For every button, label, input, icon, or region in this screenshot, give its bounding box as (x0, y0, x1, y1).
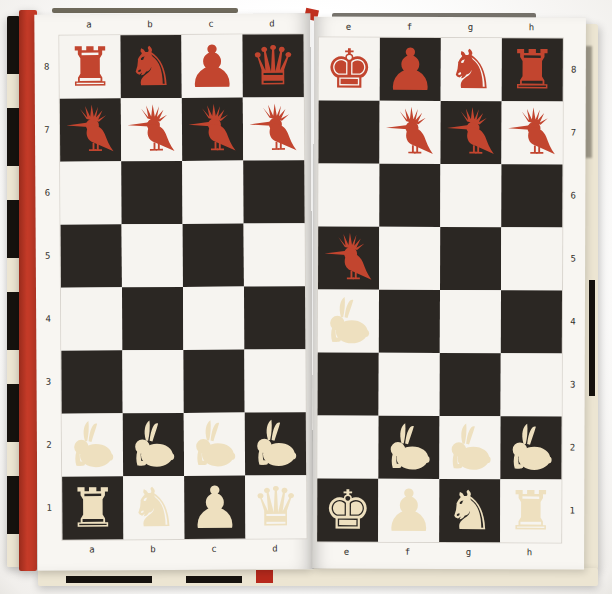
file-labels-bottom-left: abcd (62, 537, 306, 560)
square-d1[interactable]: ♛ (245, 475, 306, 538)
red-bird-pawn-g7[interactable] (445, 106, 497, 158)
file-label-b: b (119, 14, 180, 34)
square-g5[interactable] (440, 227, 501, 290)
square-c3[interactable] (183, 350, 244, 413)
cover-edge-smudge (585, 46, 592, 158)
cream-knight-b1[interactable]: ♞ (129, 480, 178, 534)
cream-rabbit-pawn-c2[interactable] (188, 418, 240, 470)
red-bird-pawn-b7[interactable] (125, 103, 177, 155)
cover-edge-dash (66, 576, 152, 583)
square-g3[interactable] (440, 353, 501, 416)
square-a3[interactable] (61, 350, 122, 413)
square-a5[interactable] (61, 224, 122, 287)
rank-label-3: 3 (36, 350, 60, 413)
file-label-c: c (184, 538, 245, 560)
rank-label-6: 6 (561, 163, 585, 226)
square-g6[interactable] (440, 164, 501, 227)
rank-label-5: 5 (561, 226, 585, 289)
square-f2[interactable] (378, 416, 439, 479)
red-rook-h8[interactable]: ♜ (508, 43, 557, 97)
rank-label-1: 1 (560, 478, 584, 541)
red-knight-b8[interactable]: ♞ (127, 39, 176, 93)
cream-rabbit-pawn-f2[interactable] (383, 421, 435, 473)
spine-tailband-red (256, 570, 273, 583)
file-label-g: g (440, 17, 501, 37)
square-a1[interactable]: ♜ (62, 476, 123, 539)
file-labels-top-left: abcd (58, 13, 302, 34)
cream-rook-h1[interactable]: ♜ (506, 484, 555, 538)
cream-rabbit-pawn-h2[interactable] (505, 422, 557, 474)
cream-bishop-c1[interactable]: ♟ (189, 478, 241, 536)
red-bird-pawn-f7[interactable] (384, 106, 436, 158)
board-right-half: ♚♟♞♜♚♟♞♜ (316, 37, 564, 544)
square-g4[interactable] (440, 290, 501, 353)
square-g2[interactable] (439, 416, 500, 479)
square-f7[interactable] (379, 101, 440, 164)
cream-king-e1[interactable]: ♚ (323, 483, 372, 537)
file-label-e: e (316, 541, 377, 563)
square-d3[interactable] (244, 349, 305, 412)
rank-label-7: 7 (35, 98, 59, 161)
file-labels-top-right: efgh (318, 17, 562, 38)
square-c4[interactable] (183, 287, 244, 350)
square-b7[interactable] (121, 98, 182, 161)
square-h4[interactable] (501, 290, 562, 353)
right-page: efgh 87654321 ♚♟♞♜♚♟♞♜ efgh (312, 17, 586, 570)
square-a6[interactable] (60, 161, 121, 224)
rank-label-3: 3 (561, 352, 585, 415)
cream-queen-d1[interactable]: ♛ (251, 480, 300, 534)
square-b4[interactable] (122, 287, 183, 350)
left-page: abcd 87654321 ♜♞♟♛♜♞♟♛ abcd (34, 13, 313, 571)
file-label-a: a (62, 538, 123, 560)
file-label-g: g (438, 541, 499, 563)
red-bishop-f8[interactable]: ♟ (384, 40, 436, 98)
square-c7[interactable] (182, 98, 243, 161)
square-a2[interactable] (62, 413, 123, 476)
red-bird-pawn-c7[interactable] (186, 103, 238, 155)
file-label-d: d (245, 537, 306, 559)
square-b5[interactable] (122, 224, 183, 287)
red-knight-g8[interactable]: ♞ (447, 42, 496, 96)
red-bishop-c8[interactable]: ♟ (186, 37, 238, 95)
square-h7[interactable] (501, 101, 562, 164)
square-h8[interactable]: ♜ (502, 38, 563, 101)
square-b8[interactable]: ♞ (120, 35, 181, 98)
file-label-c: c (180, 14, 241, 34)
rank-label-8: 8 (34, 35, 58, 98)
red-king-e8[interactable]: ♚ (325, 42, 374, 96)
square-d2[interactable] (245, 412, 306, 475)
square-c5[interactable] (183, 224, 244, 287)
square-d4[interactable] (244, 286, 305, 349)
square-f6[interactable] (379, 164, 440, 227)
rank-label-1: 1 (37, 476, 61, 539)
red-bird-pawn-h7[interactable] (506, 107, 558, 159)
file-label-h: h (501, 17, 562, 37)
square-e4[interactable] (318, 290, 379, 353)
cream-rabbit-pawn-b2[interactable] (127, 418, 179, 470)
square-h6[interactable] (501, 164, 562, 227)
rank-label-6: 6 (35, 161, 59, 224)
cover-edge-dash (186, 576, 242, 583)
cream-rabbit-pawn-g2[interactable] (444, 421, 496, 473)
red-bird-pawn-e5[interactable] (323, 232, 375, 284)
file-label-f: f (379, 17, 440, 37)
square-e7[interactable] (318, 101, 379, 164)
cream-rook-a1[interactable]: ♜ (68, 481, 117, 535)
file-label-h: h (499, 541, 560, 563)
square-c6[interactable] (182, 161, 243, 224)
square-a7[interactable] (60, 98, 121, 161)
square-h3[interactable] (501, 353, 562, 416)
square-b1[interactable]: ♞ (123, 476, 184, 539)
square-f3[interactable] (379, 353, 440, 416)
square-d8[interactable]: ♛ (242, 34, 303, 97)
red-queen-d8[interactable]: ♛ (249, 39, 298, 93)
square-f5[interactable] (379, 227, 440, 290)
square-f8[interactable]: ♟ (380, 38, 441, 101)
square-h1[interactable]: ♜ (500, 479, 561, 542)
red-rook-a8[interactable]: ♜ (66, 40, 115, 94)
square-g1[interactable]: ♞ (439, 479, 500, 542)
rank-label-2: 2 (37, 413, 61, 476)
file-label-a: a (58, 14, 119, 34)
rank-label-4: 4 (561, 289, 585, 352)
file-labels-bottom-right: efgh (316, 541, 560, 564)
square-d7[interactable] (243, 97, 304, 160)
square-e1[interactable]: ♚ (317, 479, 378, 542)
square-h2[interactable] (500, 416, 561, 479)
book-cover-edge-top-left (52, 8, 238, 13)
red-bird-pawn-d7[interactable] (247, 103, 299, 155)
square-f4[interactable] (379, 290, 440, 353)
rank-labels-left: 87654321 (34, 35, 61, 539)
photo-background: abcd 87654321 ♜♞♟♛♜♞♟♛ abcd efgh 8765432… (0, 0, 612, 594)
square-e6[interactable] (318, 164, 379, 227)
square-h5[interactable] (501, 227, 562, 290)
square-f1[interactable]: ♟ (378, 479, 439, 542)
square-a4[interactable] (61, 287, 122, 350)
rank-label-7: 7 (561, 100, 585, 163)
board-left-half: ♜♞♟♛♜♞♟♛ (58, 33, 307, 540)
square-d6[interactable] (243, 160, 304, 223)
file-label-f: f (377, 541, 438, 563)
cover-edge-dash (589, 280, 595, 396)
book-bottom-edge (38, 568, 598, 586)
square-d5[interactable] (244, 223, 305, 286)
cream-rabbit-pawn-e4[interactable] (322, 295, 374, 347)
square-g8[interactable]: ♞ (441, 38, 502, 101)
square-c8[interactable]: ♟ (181, 35, 242, 98)
square-c2[interactable] (184, 413, 245, 476)
rank-label-5: 5 (36, 224, 60, 287)
square-c1[interactable]: ♟ (184, 476, 245, 539)
rank-label-8: 8 (562, 37, 586, 100)
square-e2[interactable] (317, 416, 378, 479)
red-bird-pawn-a7[interactable] (64, 104, 116, 156)
square-b2[interactable] (123, 413, 184, 476)
square-b3[interactable] (122, 350, 183, 413)
rank-label-2: 2 (560, 415, 584, 478)
square-a8[interactable]: ♜ (59, 35, 120, 98)
file-label-d: d (241, 13, 302, 33)
square-e5[interactable] (318, 227, 379, 290)
cream-knight-g1[interactable]: ♞ (445, 483, 494, 537)
rank-label-4: 4 (36, 287, 60, 350)
rank-labels-right: 87654321 (560, 37, 586, 541)
square-e3[interactable] (318, 353, 379, 416)
file-label-e: e (318, 17, 379, 37)
cream-rabbit-pawn-d2[interactable] (249, 418, 301, 470)
cream-rabbit-pawn-a2[interactable] (66, 419, 118, 471)
square-e8[interactable]: ♚ (319, 38, 380, 101)
square-g7[interactable] (440, 101, 501, 164)
file-label-b: b (123, 538, 184, 560)
square-b6[interactable] (121, 161, 182, 224)
cream-bishop-f1[interactable]: ♟ (383, 481, 435, 539)
